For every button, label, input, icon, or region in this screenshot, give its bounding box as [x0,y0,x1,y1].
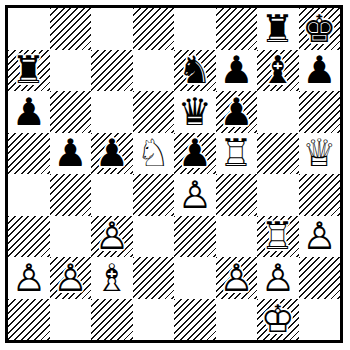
square-h4[interactable] [299,174,341,216]
square-f7[interactable]: ♟♟ [216,50,258,92]
square-b1[interactable] [50,299,92,341]
square-c2[interactable]: ♝♗ [91,257,133,299]
square-d4[interactable] [133,174,175,216]
square-a3[interactable] [8,216,50,258]
piece-white-rook[interactable]: ♖ [261,217,295,255]
square-h7[interactable]: ♟♟ [299,50,341,92]
square-d7[interactable] [133,50,175,92]
piece-black-rook[interactable]: ♜ [12,51,46,89]
piece-black-pawn[interactable]: ♟ [12,93,46,131]
square-f8[interactable] [216,8,258,50]
square-c5[interactable]: ♟♟ [91,133,133,175]
square-h8[interactable]: ♚♚ [299,8,341,50]
square-b7[interactable] [50,50,92,92]
chess-board: ♜♜♚♚♜♜♞♞♟♟♝♝♟♟♟♟♛♛♟♟♟♟♟♟♞♘♟♟♜♖♛♕♟♙♟♙♜♖♟♙… [5,5,343,343]
piece-white-rook[interactable]: ♖ [219,134,253,172]
square-h6[interactable] [299,91,341,133]
square-g5[interactable] [257,133,299,175]
square-e4[interactable]: ♟♙ [174,174,216,216]
square-g8[interactable]: ♜♜ [257,8,299,50]
square-c7[interactable] [91,50,133,92]
square-f4[interactable] [216,174,258,216]
piece-black-rook[interactable]: ♜ [261,10,295,48]
piece-white-pawn[interactable]: ♙ [261,259,295,297]
square-g2[interactable]: ♟♙ [257,257,299,299]
square-e7[interactable]: ♞♞ [174,50,216,92]
square-b3[interactable] [50,216,92,258]
piece-white-knight[interactable]: ♘ [136,134,170,172]
square-f1[interactable] [216,299,258,341]
square-g6[interactable] [257,91,299,133]
square-a6[interactable]: ♟♟ [8,91,50,133]
piece-black-knight[interactable]: ♞ [178,51,212,89]
square-c3[interactable]: ♟♙ [91,216,133,258]
square-e3[interactable] [174,216,216,258]
square-g1[interactable]: ♚♔ [257,299,299,341]
square-a2[interactable]: ♟♙ [8,257,50,299]
square-d1[interactable] [133,299,175,341]
piece-black-pawn[interactable]: ♟ [219,51,253,89]
square-e8[interactable] [174,8,216,50]
square-h3[interactable]: ♟♙ [299,216,341,258]
piece-white-pawn[interactable]: ♙ [178,176,212,214]
square-b4[interactable] [50,174,92,216]
square-g7[interactable]: ♝♝ [257,50,299,92]
square-f3[interactable] [216,216,258,258]
square-f6[interactable]: ♟♟ [216,91,258,133]
piece-black-pawn[interactable]: ♟ [302,51,336,89]
piece-black-pawn[interactable]: ♟ [53,134,87,172]
piece-black-pawn[interactable]: ♟ [178,134,212,172]
square-d6[interactable] [133,91,175,133]
square-d5[interactable]: ♞♘ [133,133,175,175]
square-f5[interactable]: ♜♖ [216,133,258,175]
square-b5[interactable]: ♟♟ [50,133,92,175]
square-h5[interactable]: ♛♕ [299,133,341,175]
square-b6[interactable] [50,91,92,133]
square-d3[interactable] [133,216,175,258]
square-a7[interactable]: ♜♜ [8,50,50,92]
square-e1[interactable] [174,299,216,341]
square-e2[interactable] [174,257,216,299]
piece-black-queen[interactable]: ♛ [178,93,212,131]
square-f2[interactable]: ♟♙ [216,257,258,299]
piece-white-pawn[interactable]: ♙ [302,217,336,255]
piece-black-king[interactable]: ♚ [302,10,336,48]
square-a4[interactable] [8,174,50,216]
square-c6[interactable] [91,91,133,133]
piece-white-bishop[interactable]: ♗ [95,259,129,297]
square-c1[interactable] [91,299,133,341]
piece-white-king[interactable]: ♔ [261,300,295,338]
square-a5[interactable] [8,133,50,175]
square-g3[interactable]: ♜♖ [257,216,299,258]
piece-white-queen[interactable]: ♕ [302,134,336,172]
square-b2[interactable]: ♟♙ [50,257,92,299]
piece-white-pawn[interactable]: ♙ [53,259,87,297]
square-d2[interactable] [133,257,175,299]
square-e5[interactable]: ♟♟ [174,133,216,175]
square-e6[interactable]: ♛♛ [174,91,216,133]
square-a1[interactable] [8,299,50,341]
square-c4[interactable] [91,174,133,216]
square-a8[interactable] [8,8,50,50]
piece-white-pawn[interactable]: ♙ [12,259,46,297]
square-c8[interactable] [91,8,133,50]
piece-black-pawn[interactable]: ♟ [219,93,253,131]
square-b8[interactable] [50,8,92,50]
square-h1[interactable] [299,299,341,341]
square-g4[interactable] [257,174,299,216]
square-d8[interactable] [133,8,175,50]
piece-black-pawn[interactable]: ♟ [95,134,129,172]
square-h2[interactable] [299,257,341,299]
piece-white-pawn[interactable]: ♙ [95,217,129,255]
piece-black-bishop[interactable]: ♝ [261,51,295,89]
piece-white-pawn[interactable]: ♙ [219,259,253,297]
chess-board-grid: ♜♜♚♚♜♜♞♞♟♟♝♝♟♟♟♟♛♛♟♟♟♟♟♟♞♘♟♟♜♖♛♕♟♙♟♙♜♖♟♙… [8,8,340,340]
